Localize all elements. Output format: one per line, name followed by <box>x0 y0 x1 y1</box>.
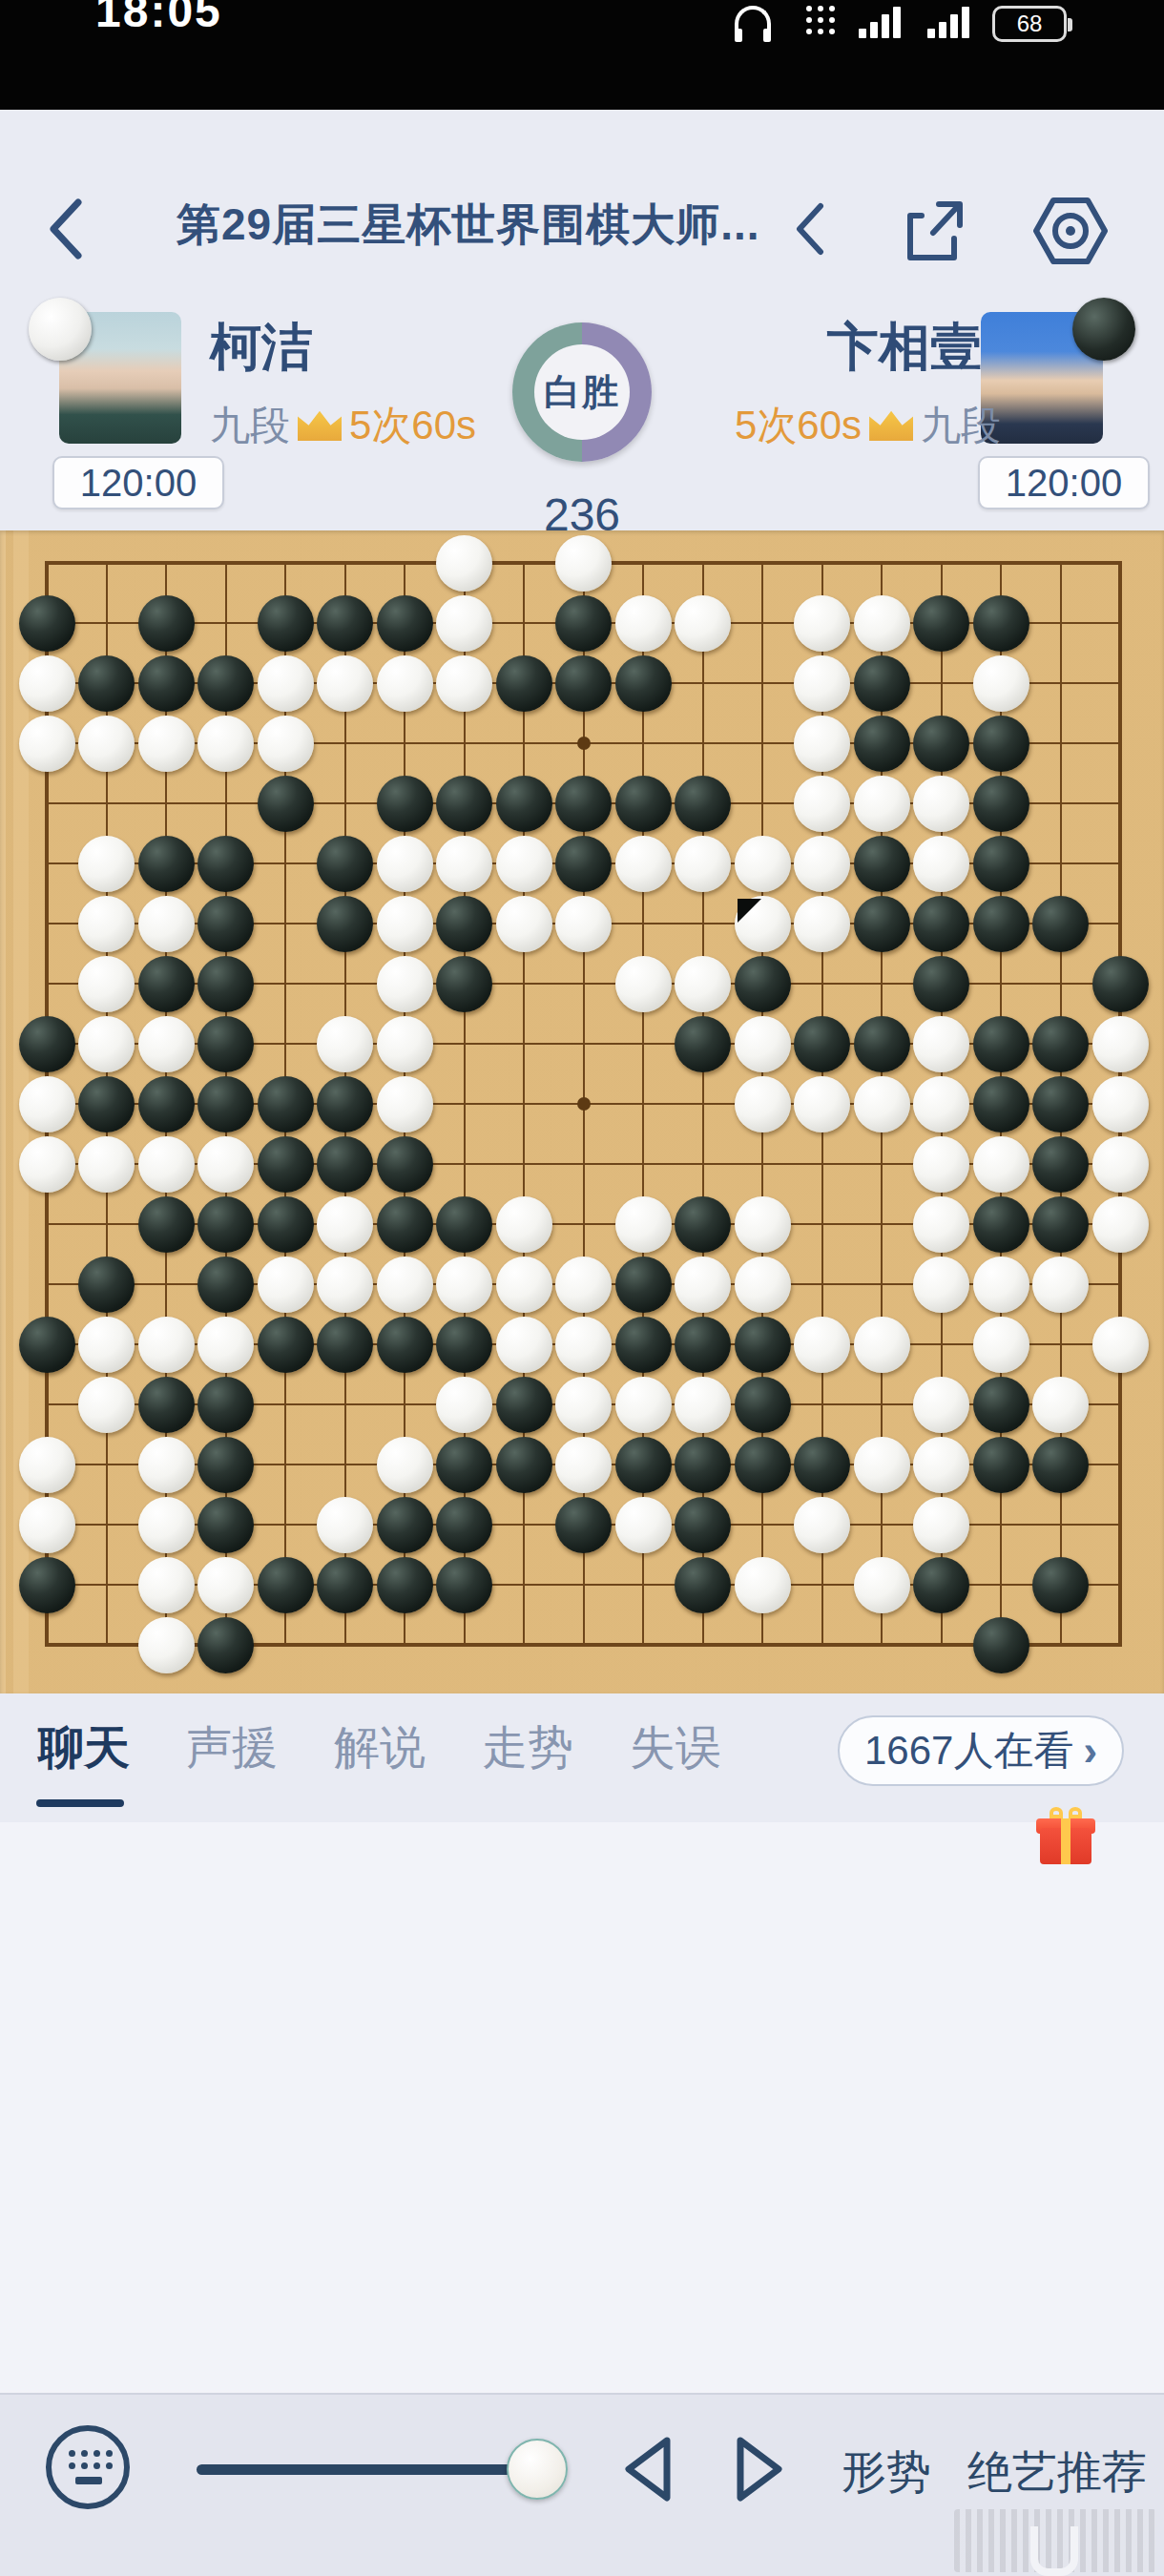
white-stone <box>377 1437 433 1493</box>
black-stone <box>436 1557 492 1613</box>
black-stone <box>615 776 672 832</box>
black-stone <box>854 716 910 772</box>
back-button[interactable] <box>38 191 105 267</box>
signal-icon <box>859 6 906 38</box>
white-stone <box>138 1617 195 1673</box>
white-stone <box>377 956 433 1012</box>
white-stone <box>675 595 731 652</box>
crown-icon <box>869 408 913 441</box>
white-stone <box>258 716 314 772</box>
watermark <box>954 2509 1156 2572</box>
black-stone <box>317 836 373 892</box>
black-stone <box>197 956 254 1012</box>
white-stone <box>496 836 552 892</box>
black-stone <box>615 1257 672 1313</box>
share-button[interactable] <box>895 191 975 271</box>
black-stone <box>675 1437 731 1493</box>
black-stone <box>377 1196 433 1253</box>
white-stone <box>675 956 731 1012</box>
white-stone <box>735 1196 791 1253</box>
black-stone <box>735 1377 791 1433</box>
white-stone <box>138 1497 195 1553</box>
player-right-rank-row: 5次60s九段 <box>735 399 1001 452</box>
black-stone <box>1032 1016 1089 1072</box>
white-stone <box>197 1557 254 1613</box>
white-stone <box>735 1557 791 1613</box>
white-stone <box>138 1437 195 1493</box>
black-stone <box>78 1257 135 1313</box>
gift-button[interactable] <box>1036 1807 1095 1866</box>
player-left-rank: 九段 <box>210 403 290 447</box>
player-left-rank-row: 九段5次60s <box>210 399 476 452</box>
white-stone <box>496 1317 552 1373</box>
white-stone <box>615 595 672 652</box>
white-stone <box>138 1016 195 1072</box>
white-stone <box>913 1497 969 1553</box>
white-stone <box>735 836 791 892</box>
white-stone <box>615 1196 672 1253</box>
black-stone <box>436 1497 492 1553</box>
black-stone <box>1032 1437 1089 1493</box>
white-stone <box>19 1136 75 1193</box>
black-stone <box>555 836 612 892</box>
black-stone <box>197 1196 254 1253</box>
black-stone <box>675 1497 731 1553</box>
white-stone <box>496 896 552 952</box>
white-stone <box>973 1257 1029 1313</box>
black-stone <box>138 956 195 1012</box>
black-stone <box>317 1076 373 1132</box>
white-stone <box>78 1377 135 1433</box>
white-stone <box>615 1497 672 1553</box>
white-stone <box>377 655 433 712</box>
record-button[interactable] <box>1029 191 1112 271</box>
black-stone <box>138 1377 195 1433</box>
black-stone <box>854 836 910 892</box>
black-stone <box>1032 1557 1089 1613</box>
black-stone <box>973 595 1029 652</box>
white-stone <box>794 896 850 952</box>
white-stone <box>735 1016 791 1072</box>
white-stone <box>913 1196 969 1253</box>
white-stone <box>496 1257 552 1313</box>
white-stone <box>555 1317 612 1373</box>
white-stone <box>1032 1377 1089 1433</box>
keyboard-icon <box>75 2477 102 2484</box>
black-stone <box>436 956 492 1012</box>
white-stone <box>78 1016 135 1072</box>
tab-commentary[interactable]: 解说 <box>334 1717 426 1778</box>
ai-recommend-button[interactable]: 绝艺推荐 <box>967 2442 1147 2503</box>
tab-mistakes[interactable]: 失误 <box>630 1717 721 1778</box>
white-stone <box>377 1257 433 1313</box>
black-stone <box>1032 1196 1089 1253</box>
black-stone <box>1032 1076 1089 1132</box>
white-stone <box>138 1557 195 1613</box>
black-stone <box>197 1016 254 1072</box>
black-stone <box>496 776 552 832</box>
black-stone <box>377 1317 433 1373</box>
black-stone <box>615 655 672 712</box>
black-stone <box>19 1557 75 1613</box>
black-stone <box>854 896 910 952</box>
white-stone <box>78 836 135 892</box>
black-stone <box>197 1617 254 1673</box>
black-stone <box>973 836 1029 892</box>
black-stone <box>675 1196 731 1253</box>
black-stone <box>973 1377 1029 1433</box>
white-stone <box>1032 1257 1089 1313</box>
black-stone <box>973 1617 1029 1673</box>
black-stone <box>377 776 433 832</box>
player-right-titles: 5次60s <box>735 403 862 447</box>
black-stone <box>555 655 612 712</box>
gift-bow-icon <box>1050 1807 1063 1818</box>
white-stone <box>317 1196 373 1253</box>
player-right-clock: 120:00 <box>978 456 1150 509</box>
white-stone <box>78 896 135 952</box>
black-stone <box>197 836 254 892</box>
black-stone <box>675 776 731 832</box>
white-stone <box>913 1377 969 1433</box>
black-stone <box>496 1437 552 1493</box>
white-stone <box>913 776 969 832</box>
black-stone <box>138 1196 195 1253</box>
black-stone <box>794 1016 850 1072</box>
black-stone <box>735 956 791 1012</box>
black-stone <box>377 1497 433 1553</box>
keyboard-button[interactable] <box>46 2425 130 2509</box>
keyboard-icon <box>69 2450 75 2457</box>
white-stone <box>913 1437 969 1493</box>
black-stone <box>197 896 254 952</box>
player-left-clock: 120:00 <box>52 456 224 509</box>
black-stone <box>1092 956 1149 1012</box>
black-stone <box>913 1557 969 1613</box>
white-stone <box>138 896 195 952</box>
player-left-name: 柯洁 <box>210 313 313 383</box>
white-stone <box>197 1317 254 1373</box>
white-stone <box>1092 1196 1149 1253</box>
white-stone <box>436 1377 492 1433</box>
white-stone <box>19 1076 75 1132</box>
black-stone <box>138 1076 195 1132</box>
chevron-right-icon: › <box>1083 1727 1097 1775</box>
black-stone <box>675 1016 731 1072</box>
white-stone <box>78 1317 135 1373</box>
black-stone <box>555 776 612 832</box>
white-stone <box>436 655 492 712</box>
chat-area <box>0 1822 1164 2393</box>
black-stone <box>436 776 492 832</box>
black-stone <box>197 1497 254 1553</box>
white-stone <box>615 956 672 1012</box>
black-stone <box>854 1016 910 1072</box>
black-stone <box>973 896 1029 952</box>
white-stone <box>913 1257 969 1313</box>
black-stone <box>258 595 314 652</box>
clock-time: 18:05 <box>95 0 222 37</box>
tab-cheer[interactable]: 声援 <box>186 1717 278 1778</box>
white-stone <box>854 1076 910 1132</box>
black-stone <box>138 836 195 892</box>
black-stone <box>436 1437 492 1493</box>
white-stone <box>78 1136 135 1193</box>
result-ring: 白胜 <box>512 322 652 462</box>
black-stone <box>197 1257 254 1313</box>
white-stone <box>19 655 75 712</box>
white-stone <box>794 776 850 832</box>
white-stone <box>436 836 492 892</box>
white-stone <box>377 836 433 892</box>
white-stone <box>436 595 492 652</box>
black-stone <box>794 1437 850 1493</box>
black-stone <box>913 896 969 952</box>
crown-icon <box>298 408 342 441</box>
result-label: 白胜 <box>534 344 630 440</box>
black-stone <box>436 1317 492 1373</box>
gift-ribbon-icon <box>1061 1818 1070 1864</box>
signal2-icon <box>927 6 975 38</box>
black-stone <box>973 1196 1029 1253</box>
black-stone <box>555 595 612 652</box>
black-stone <box>258 1317 314 1373</box>
white-stone <box>615 836 672 892</box>
white-stone <box>377 1076 433 1132</box>
white-stone <box>854 1317 910 1373</box>
white-stone <box>794 836 850 892</box>
black-stone <box>973 1076 1029 1132</box>
white-stone <box>794 716 850 772</box>
black-stone <box>615 1437 672 1493</box>
black-stone <box>317 896 373 952</box>
white-stone <box>615 1377 672 1433</box>
black-stone <box>258 1557 314 1613</box>
black-stone <box>138 655 195 712</box>
white-stone <box>675 1377 731 1433</box>
black-stone <box>317 1557 373 1613</box>
white-stone <box>258 1257 314 1313</box>
white-stone <box>913 1136 969 1193</box>
white-stone <box>854 1437 910 1493</box>
white-stone <box>197 716 254 772</box>
white-stone <box>913 1016 969 1072</box>
white-stone <box>555 896 612 952</box>
white-stone <box>19 716 75 772</box>
tab-chat[interactable]: 聊天 <box>38 1717 130 1778</box>
black-stone <box>197 1076 254 1132</box>
white-stone <box>675 1257 731 1313</box>
active-tab-underline <box>36 1799 124 1807</box>
black-stone <box>258 1136 314 1193</box>
tab-trend[interactable]: 走势 <box>482 1717 573 1778</box>
black-stone <box>555 1497 612 1553</box>
white-stone <box>317 1497 373 1553</box>
black-stone <box>436 1196 492 1253</box>
black-stone <box>913 595 969 652</box>
white-stone <box>377 896 433 952</box>
black-stone <box>138 595 195 652</box>
viewers-pill[interactable]: 1667人在看 › <box>838 1715 1124 1786</box>
black-stone-badge <box>1072 298 1135 361</box>
battery-icon: 68 <box>992 6 1067 42</box>
app-screen: 18:05 68 第29届三星杯世界围棋大师... 柯洁 九段5次60s 120… <box>0 0 1164 2576</box>
black-stone <box>377 1557 433 1613</box>
black-stone <box>496 1377 552 1433</box>
black-stone <box>1032 896 1089 952</box>
white-stone <box>854 1557 910 1613</box>
white-stone <box>1092 1076 1149 1132</box>
white-stone <box>317 1257 373 1313</box>
white-stone <box>19 1497 75 1553</box>
black-stone <box>1032 1136 1089 1193</box>
black-stone <box>19 1016 75 1072</box>
white-stone <box>78 716 135 772</box>
black-stone <box>675 1317 731 1373</box>
go-board[interactable] <box>0 530 1164 1693</box>
collapse-chevron-button[interactable] <box>782 191 840 267</box>
black-stone <box>735 1437 791 1493</box>
white-stone <box>78 956 135 1012</box>
black-stone <box>436 896 492 952</box>
white-stone <box>555 1377 612 1433</box>
white-stone <box>1092 1016 1149 1072</box>
player-right-name: 卞相壹 <box>827 313 982 383</box>
page-title: 第29届三星杯世界围棋大师... <box>177 196 760 255</box>
black-stone <box>854 655 910 712</box>
white-stone <box>913 836 969 892</box>
white-stone <box>496 1196 552 1253</box>
situation-button[interactable]: 形势 <box>842 2442 931 2503</box>
white-stone <box>735 1076 791 1132</box>
player-right-rank: 九段 <box>921 403 1001 447</box>
white-stone <box>317 1016 373 1072</box>
star-point <box>577 1097 591 1111</box>
white-stone <box>258 655 314 712</box>
white-stone <box>138 1317 195 1373</box>
player-left-titles: 5次60s <box>349 403 476 447</box>
white-stone <box>973 655 1029 712</box>
move-slider-thumb[interactable] <box>507 2439 568 2500</box>
white-stone <box>794 1497 850 1553</box>
white-stone <box>735 896 791 952</box>
black-stone <box>973 776 1029 832</box>
last-move-marker <box>738 899 762 924</box>
white-stone <box>19 1437 75 1493</box>
black-stone <box>973 716 1029 772</box>
bottom-toolbar: 形势 绝艺推荐 <box>0 2393 1164 2576</box>
black-stone <box>913 716 969 772</box>
white-stone <box>555 535 612 592</box>
star-point <box>577 737 591 750</box>
next-move-button[interactable] <box>725 2433 792 2505</box>
white-stone <box>555 1257 612 1313</box>
headset-icon <box>735 6 771 34</box>
white-stone <box>197 1136 254 1193</box>
prev-move-button[interactable] <box>615 2433 682 2505</box>
black-stone <box>973 1437 1029 1493</box>
black-stone <box>496 655 552 712</box>
black-stone <box>317 595 373 652</box>
black-stone <box>317 1317 373 1373</box>
black-stone <box>377 595 433 652</box>
black-stone <box>615 1317 672 1373</box>
app-grid-icon <box>806 6 812 11</box>
white-stone-badge <box>29 298 92 361</box>
black-stone <box>197 1437 254 1493</box>
white-stone <box>436 1257 492 1313</box>
black-stone <box>19 1317 75 1373</box>
white-stone <box>794 655 850 712</box>
white-stone <box>794 595 850 652</box>
white-stone <box>138 716 195 772</box>
black-stone <box>913 956 969 1012</box>
white-stone <box>1092 1317 1149 1373</box>
gift-bow-icon <box>1069 1807 1082 1818</box>
white-stone <box>317 655 373 712</box>
white-stone <box>1092 1136 1149 1193</box>
black-stone <box>197 655 254 712</box>
viewers-count: 1667人在看 <box>864 1724 1073 1777</box>
white-stone <box>794 1317 850 1373</box>
black-stone <box>675 1557 731 1613</box>
black-stone <box>317 1136 373 1193</box>
white-stone <box>794 1076 850 1132</box>
white-stone <box>854 595 910 652</box>
white-stone <box>913 1076 969 1132</box>
white-stone <box>436 535 492 592</box>
white-stone <box>675 836 731 892</box>
black-stone <box>197 1377 254 1433</box>
black-stone <box>735 1317 791 1373</box>
white-stone <box>735 1257 791 1313</box>
black-stone <box>19 595 75 652</box>
white-stone <box>555 1437 612 1493</box>
white-stone <box>854 776 910 832</box>
white-stone <box>377 1016 433 1072</box>
black-stone <box>973 1016 1029 1072</box>
black-stone <box>258 1196 314 1253</box>
white-stone <box>973 1317 1029 1373</box>
black-stone <box>78 655 135 712</box>
move-slider-track[interactable] <box>197 2464 559 2475</box>
white-stone <box>138 1136 195 1193</box>
black-stone <box>258 776 314 832</box>
black-stone <box>78 1076 135 1132</box>
black-stone <box>258 1076 314 1132</box>
status-bar: 18:05 68 <box>0 0 1164 110</box>
black-stone <box>377 1136 433 1193</box>
white-stone <box>973 1136 1029 1193</box>
